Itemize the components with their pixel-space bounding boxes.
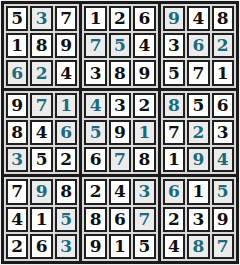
cell-r7c6: 3: [133, 179, 155, 204]
cell-r2c4: 7: [84, 33, 106, 58]
sudoku-box-3: 948362571: [161, 4, 236, 88]
cell-r2c2: 8: [30, 33, 52, 58]
cell-r6c2: 5: [30, 147, 52, 172]
cell-r1c1: 5: [6, 6, 28, 31]
sudoku-box-6: 856723194: [161, 91, 236, 175]
cell-r7c1: 7: [6, 179, 28, 204]
cell-r8c9: 9: [212, 207, 234, 232]
cell-r4c3: 1: [55, 93, 77, 118]
cell-r3c8: 7: [187, 60, 209, 85]
cell-r4c7: 8: [163, 93, 185, 118]
cell-r7c5: 4: [109, 179, 131, 204]
cell-r7c8: 1: [187, 179, 209, 204]
cell-r8c3: 5: [55, 207, 77, 232]
cell-r7c3: 8: [55, 179, 77, 204]
cell-r5c9: 3: [212, 120, 234, 145]
cell-r9c4: 9: [84, 234, 106, 259]
cell-r5c6: 1: [133, 120, 155, 145]
cell-r2c9: 2: [212, 33, 234, 58]
cell-r1c3: 7: [55, 6, 77, 31]
cell-r6c4: 6: [84, 147, 106, 172]
cell-r5c4: 5: [84, 120, 106, 145]
cell-r3c2: 2: [30, 60, 52, 85]
sudoku-board: 5371896241267543899483625719718463524325…: [1, 1, 239, 264]
cell-r4c8: 5: [187, 93, 209, 118]
cell-r9c3: 3: [55, 234, 77, 259]
cell-r3c1: 6: [6, 60, 28, 85]
cell-r8c4: 8: [84, 207, 106, 232]
cell-r9c1: 2: [6, 234, 28, 259]
cell-r2c1: 1: [6, 33, 28, 58]
cell-r8c7: 2: [163, 207, 185, 232]
sudoku-box-1: 537189624: [4, 4, 79, 88]
cell-r7c7: 6: [163, 179, 185, 204]
cell-r3c4: 3: [84, 60, 106, 85]
cell-r3c9: 1: [212, 60, 234, 85]
cell-r9c9: 7: [212, 234, 234, 259]
cell-r6c5: 7: [109, 147, 131, 172]
cell-r3c6: 9: [133, 60, 155, 85]
cell-r5c8: 2: [187, 120, 209, 145]
cell-r5c1: 8: [6, 120, 28, 145]
cell-r4c9: 6: [212, 93, 234, 118]
cell-r9c6: 5: [133, 234, 155, 259]
sudoku-box-2: 126754389: [82, 4, 157, 88]
cell-r3c7: 5: [163, 60, 185, 85]
cell-r1c7: 9: [163, 6, 185, 31]
cell-r5c3: 6: [55, 120, 77, 145]
cell-r6c1: 3: [6, 147, 28, 172]
cell-r5c7: 7: [163, 120, 185, 145]
cell-r2c6: 4: [133, 33, 155, 58]
cell-r6c7: 1: [163, 147, 185, 172]
cell-r7c2: 9: [30, 179, 52, 204]
cell-r8c5: 6: [109, 207, 131, 232]
cell-r1c8: 4: [187, 6, 209, 31]
cell-r8c8: 3: [187, 207, 209, 232]
sudoku-box-8: 243867915: [82, 177, 157, 261]
cell-r5c2: 4: [30, 120, 52, 145]
cell-r1c2: 3: [30, 6, 52, 31]
cell-r3c5: 8: [109, 60, 131, 85]
cell-r2c5: 5: [109, 33, 131, 58]
cell-r1c6: 6: [133, 6, 155, 31]
cell-r9c8: 8: [187, 234, 209, 259]
sudoku-box-9: 615239487: [161, 177, 236, 261]
cell-r4c4: 4: [84, 93, 106, 118]
cell-r4c2: 7: [30, 93, 52, 118]
cell-r8c1: 4: [6, 207, 28, 232]
cell-r8c6: 7: [133, 207, 155, 232]
sudoku-box-7: 798415263: [4, 177, 79, 261]
cell-r1c4: 1: [84, 6, 106, 31]
cell-r9c2: 6: [30, 234, 52, 259]
sudoku-box-5: 432591678: [82, 91, 157, 175]
cell-r1c5: 2: [109, 6, 131, 31]
cell-r5c5: 9: [109, 120, 131, 145]
cell-r8c2: 1: [30, 207, 52, 232]
cell-r9c5: 1: [109, 234, 131, 259]
cell-r4c6: 2: [133, 93, 155, 118]
cell-r9c7: 4: [163, 234, 185, 259]
cell-r6c3: 2: [55, 147, 77, 172]
cell-r2c7: 3: [163, 33, 185, 58]
sudoku-page: 5371896241267543899483625719718463524325…: [0, 0, 240, 265]
cell-r6c6: 8: [133, 147, 155, 172]
cell-r7c9: 5: [212, 179, 234, 204]
cell-r4c5: 3: [109, 93, 131, 118]
cell-r1c9: 8: [212, 6, 234, 31]
cell-r6c8: 9: [187, 147, 209, 172]
cell-r4c1: 9: [6, 93, 28, 118]
cell-r7c4: 2: [84, 179, 106, 204]
cell-r3c3: 4: [55, 60, 77, 85]
cell-r6c9: 4: [212, 147, 234, 172]
sudoku-box-4: 971846352: [4, 91, 79, 175]
cell-r2c8: 6: [187, 33, 209, 58]
cell-r2c3: 9: [55, 33, 77, 58]
